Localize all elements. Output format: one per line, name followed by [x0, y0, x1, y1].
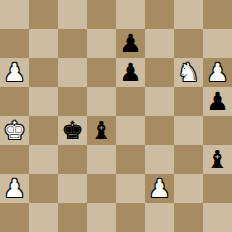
square-d4[interactable]: ♝ — [87, 116, 116, 145]
square-f6[interactable] — [145, 58, 174, 87]
square-d3[interactable] — [87, 145, 116, 174]
square-f5[interactable] — [145, 87, 174, 116]
square-g3[interactable] — [174, 145, 203, 174]
square-a7[interactable] — [0, 29, 29, 58]
black-pawn[interactable]: ♟ — [119, 58, 141, 87]
square-d5[interactable] — [87, 87, 116, 116]
square-a1[interactable] — [0, 203, 29, 232]
square-h1[interactable] — [203, 203, 232, 232]
square-a3[interactable] — [0, 145, 29, 174]
square-f2[interactable]: ♟ — [145, 174, 174, 203]
square-b4[interactable] — [29, 116, 58, 145]
square-g2[interactable] — [174, 174, 203, 203]
square-c4[interactable]: ♚ — [58, 116, 87, 145]
square-h3[interactable]: ♝ — [203, 145, 232, 174]
square-b1[interactable] — [29, 203, 58, 232]
square-f3[interactable] — [145, 145, 174, 174]
square-g5[interactable] — [174, 87, 203, 116]
square-e8[interactable] — [116, 0, 145, 29]
square-d6[interactable] — [87, 58, 116, 87]
square-d8[interactable] — [87, 0, 116, 29]
square-h6[interactable]: ♟ — [203, 58, 232, 87]
square-d7[interactable] — [87, 29, 116, 58]
square-b8[interactable] — [29, 0, 58, 29]
square-c7[interactable] — [58, 29, 87, 58]
square-d2[interactable] — [87, 174, 116, 203]
white-pawn[interactable]: ♟ — [3, 174, 25, 203]
square-g7[interactable] — [174, 29, 203, 58]
black-bishop[interactable]: ♝ — [90, 116, 112, 145]
white-knight[interactable]: ♞ — [177, 58, 199, 87]
square-b6[interactable] — [29, 58, 58, 87]
square-a5[interactable] — [0, 87, 29, 116]
square-c3[interactable] — [58, 145, 87, 174]
square-e7[interactable]: ♟ — [116, 29, 145, 58]
square-e6[interactable]: ♟ — [116, 58, 145, 87]
square-a6[interactable]: ♟ — [0, 58, 29, 87]
black-bishop[interactable]: ♝ — [206, 145, 228, 174]
square-e4[interactable] — [116, 116, 145, 145]
square-e3[interactable] — [116, 145, 145, 174]
white-pawn[interactable]: ♟ — [3, 58, 25, 87]
square-g1[interactable] — [174, 203, 203, 232]
square-c8[interactable] — [58, 0, 87, 29]
square-h5[interactable]: ♟ — [203, 87, 232, 116]
square-c5[interactable] — [58, 87, 87, 116]
square-f7[interactable] — [145, 29, 174, 58]
square-f1[interactable] — [145, 203, 174, 232]
black-pawn[interactable]: ♟ — [206, 87, 228, 116]
white-king[interactable]: ♚ — [3, 116, 25, 145]
square-b2[interactable] — [29, 174, 58, 203]
square-f4[interactable] — [145, 116, 174, 145]
square-h8[interactable] — [203, 0, 232, 29]
square-d1[interactable] — [87, 203, 116, 232]
black-pawn[interactable]: ♟ — [119, 29, 141, 58]
square-h7[interactable] — [203, 29, 232, 58]
square-e2[interactable] — [116, 174, 145, 203]
white-pawn[interactable]: ♟ — [148, 174, 170, 203]
square-e5[interactable] — [116, 87, 145, 116]
square-c6[interactable] — [58, 58, 87, 87]
square-a2[interactable]: ♟ — [0, 174, 29, 203]
square-h2[interactable] — [203, 174, 232, 203]
square-h4[interactable] — [203, 116, 232, 145]
square-e1[interactable] — [116, 203, 145, 232]
square-a4[interactable]: ♚ — [0, 116, 29, 145]
black-king[interactable]: ♚ — [61, 116, 83, 145]
square-c1[interactable] — [58, 203, 87, 232]
square-g4[interactable] — [174, 116, 203, 145]
square-c2[interactable] — [58, 174, 87, 203]
square-a8[interactable] — [0, 0, 29, 29]
square-b7[interactable] — [29, 29, 58, 58]
square-g8[interactable] — [174, 0, 203, 29]
square-f8[interactable] — [145, 0, 174, 29]
square-b3[interactable] — [29, 145, 58, 174]
white-pawn[interactable]: ♟ — [206, 58, 228, 87]
square-b5[interactable] — [29, 87, 58, 116]
chess-board: ♟♟♟♞♟♟♚♚♝♝♟♟ — [0, 0, 232, 232]
square-g6[interactable]: ♞ — [174, 58, 203, 87]
